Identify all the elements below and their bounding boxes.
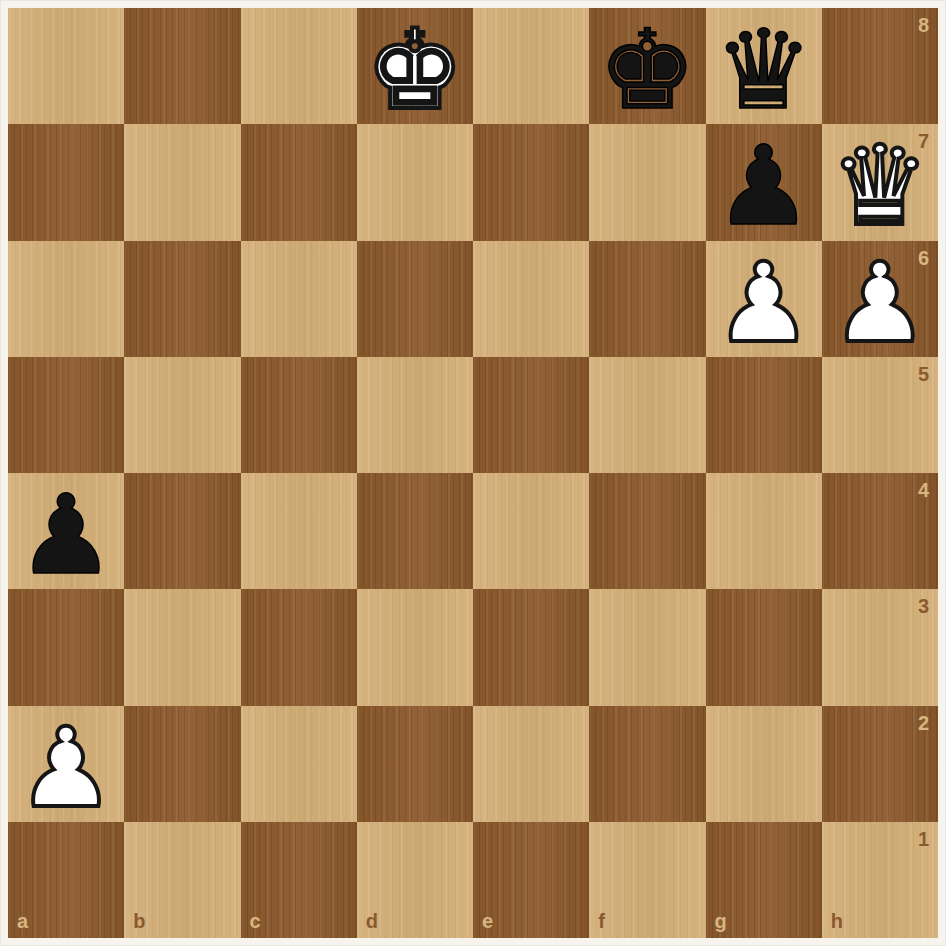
square-b8[interactable]: [124, 8, 240, 124]
square-e1[interactable]: e: [473, 822, 589, 938]
file-label-a: a: [17, 911, 28, 931]
square-a5[interactable]: [8, 357, 124, 473]
file-label-f: f: [598, 911, 605, 931]
white-pawn[interactable]: ♟: [714, 248, 813, 357]
square-e3[interactable]: [473, 589, 589, 705]
square-g1[interactable]: g: [706, 822, 822, 938]
square-c5[interactable]: [241, 357, 357, 473]
file-label-h: h: [831, 911, 843, 931]
square-d5[interactable]: [357, 357, 473, 473]
square-h6[interactable]: ♟6: [822, 241, 938, 357]
square-g2[interactable]: [706, 706, 822, 822]
square-f7[interactable]: [589, 124, 705, 240]
square-b4[interactable]: [124, 473, 240, 589]
square-a1[interactable]: a: [8, 822, 124, 938]
square-e7[interactable]: [473, 124, 589, 240]
black-king[interactable]: ♚: [598, 15, 697, 124]
file-label-d: d: [366, 911, 378, 931]
black-pawn[interactable]: ♟: [17, 480, 116, 589]
rank-label-6: 6: [918, 248, 929, 268]
white-pawn[interactable]: ♟: [831, 248, 930, 357]
square-c7[interactable]: [241, 124, 357, 240]
chess-board: ♚♚♛8♟♛7♟♟65♟43♟2abcdefg1h: [8, 8, 938, 938]
square-b7[interactable]: [124, 124, 240, 240]
square-f4[interactable]: [589, 473, 705, 589]
square-e5[interactable]: [473, 357, 589, 473]
chess-board-frame: ♚♚♛8♟♛7♟♟65♟43♟2abcdefg1h: [0, 0, 946, 946]
square-h4[interactable]: 4: [822, 473, 938, 589]
square-a2[interactable]: ♟: [8, 706, 124, 822]
rank-label-7: 7: [918, 131, 929, 151]
square-a8[interactable]: [8, 8, 124, 124]
square-d1[interactable]: d: [357, 822, 473, 938]
square-g5[interactable]: [706, 357, 822, 473]
square-a7[interactable]: [8, 124, 124, 240]
square-d4[interactable]: [357, 473, 473, 589]
square-a3[interactable]: [8, 589, 124, 705]
square-c4[interactable]: [241, 473, 357, 589]
square-f6[interactable]: [589, 241, 705, 357]
rank-label-1: 1: [918, 829, 929, 849]
square-d2[interactable]: [357, 706, 473, 822]
square-e6[interactable]: [473, 241, 589, 357]
square-a6[interactable]: [8, 241, 124, 357]
square-b6[interactable]: [124, 241, 240, 357]
white-queen[interactable]: ♛: [831, 131, 930, 240]
square-h8[interactable]: 8: [822, 8, 938, 124]
square-c1[interactable]: c: [241, 822, 357, 938]
rank-label-4: 4: [918, 480, 929, 500]
square-e8[interactable]: [473, 8, 589, 124]
square-h2[interactable]: 2: [822, 706, 938, 822]
file-label-e: e: [482, 911, 493, 931]
square-h5[interactable]: 5: [822, 357, 938, 473]
file-label-b: b: [133, 911, 145, 931]
square-c2[interactable]: [241, 706, 357, 822]
square-f8[interactable]: ♚: [589, 8, 705, 124]
square-h1[interactable]: 1h: [822, 822, 938, 938]
file-label-c: c: [250, 911, 261, 931]
square-a4[interactable]: ♟: [8, 473, 124, 589]
white-king[interactable]: ♚: [366, 15, 465, 124]
square-d6[interactable]: [357, 241, 473, 357]
square-g4[interactable]: [706, 473, 822, 589]
white-pawn[interactable]: ♟: [17, 713, 116, 822]
square-g8[interactable]: ♛: [706, 8, 822, 124]
square-g3[interactable]: [706, 589, 822, 705]
square-b5[interactable]: [124, 357, 240, 473]
black-queen[interactable]: ♛: [714, 15, 813, 124]
square-b1[interactable]: b: [124, 822, 240, 938]
rank-label-5: 5: [918, 364, 929, 384]
rank-label-8: 8: [918, 15, 929, 35]
square-d7[interactable]: [357, 124, 473, 240]
square-b3[interactable]: [124, 589, 240, 705]
square-g6[interactable]: ♟: [706, 241, 822, 357]
square-c8[interactable]: [241, 8, 357, 124]
square-e2[interactable]: [473, 706, 589, 822]
square-d8[interactable]: ♚: [357, 8, 473, 124]
square-f2[interactable]: [589, 706, 705, 822]
square-e4[interactable]: [473, 473, 589, 589]
square-h3[interactable]: 3: [822, 589, 938, 705]
square-f5[interactable]: [589, 357, 705, 473]
square-f1[interactable]: f: [589, 822, 705, 938]
square-d3[interactable]: [357, 589, 473, 705]
rank-label-2: 2: [918, 713, 929, 733]
file-label-g: g: [715, 911, 727, 931]
square-c3[interactable]: [241, 589, 357, 705]
square-b2[interactable]: [124, 706, 240, 822]
black-pawn[interactable]: ♟: [714, 131, 813, 240]
square-c6[interactable]: [241, 241, 357, 357]
square-f3[interactable]: [589, 589, 705, 705]
square-h7[interactable]: ♛7: [822, 124, 938, 240]
rank-label-3: 3: [918, 596, 929, 616]
square-g7[interactable]: ♟: [706, 124, 822, 240]
